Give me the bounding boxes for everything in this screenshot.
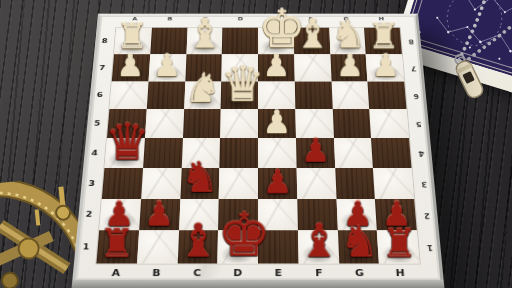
- square-a4[interactable]: ♛: [104, 138, 144, 168]
- board-squares: ♜♝♚♝♞♜♟♟♟♟♟♞♛♟♛♟♞♟♟♟♟♟♜♝♚♝♞♜: [96, 28, 419, 264]
- red-bishop-f1[interactable]: ♝: [298, 219, 338, 263]
- red-pawn-f4[interactable]: ♟: [296, 136, 334, 167]
- rank-label: 5: [410, 109, 428, 138]
- square-f4[interactable]: ♟: [296, 138, 335, 168]
- red-knight-c3[interactable]: ♞: [180, 158, 219, 198]
- square-d1[interactable]: ♚: [218, 231, 258, 264]
- rank-label: 3: [415, 168, 434, 199]
- rank-label: 1: [76, 231, 96, 264]
- chain-whistle-decoration: [416, 0, 512, 118]
- rank-label: 1: [420, 231, 440, 264]
- red-pawn-e3[interactable]: ♟: [258, 166, 297, 197]
- red-queen-a4[interactable]: ♛: [105, 119, 143, 167]
- red-king-d1[interactable]: ♚: [218, 206, 258, 263]
- rank-label: 6: [91, 81, 109, 109]
- red-rook-h1[interactable]: ♜: [379, 225, 419, 263]
- rank-label: 6: [407, 81, 425, 109]
- square-a7[interactable]: ♟: [112, 54, 150, 81]
- square-c6[interactable]: ♞: [184, 81, 222, 109]
- square-g7[interactable]: ♟: [330, 54, 368, 81]
- square-d6[interactable]: ♛: [221, 81, 258, 109]
- rank-label: 4: [85, 138, 104, 168]
- square-b6[interactable]: [147, 81, 185, 109]
- cream-knight-c6[interactable]: ♞: [184, 70, 221, 108]
- square-e3[interactable]: ♟: [258, 168, 297, 199]
- cream-pawn-b7[interactable]: ♟: [148, 51, 185, 80]
- red-knight-g1[interactable]: ♞: [339, 221, 379, 263]
- square-d3[interactable]: [219, 168, 258, 199]
- square-b2[interactable]: ♟: [139, 199, 180, 231]
- square-b7[interactable]: ♟: [148, 54, 186, 81]
- rank-label: 8: [403, 28, 421, 54]
- square-h7[interactable]: ♟: [366, 54, 404, 81]
- chess-board[interactable]: ABCDEFGH ABCDEFGH 87654321 87654321 ♜♝♚♝…: [72, 14, 444, 283]
- cream-pawn-g7[interactable]: ♟: [331, 51, 368, 80]
- red-rook-a1[interactable]: ♜: [96, 225, 136, 263]
- square-b1[interactable]: [137, 231, 179, 264]
- square-d8[interactable]: [222, 28, 258, 54]
- cream-bishop-c8[interactable]: ♝: [186, 14, 222, 53]
- cream-king-e8[interactable]: ♚: [258, 3, 294, 54]
- cream-pawn-e5[interactable]: ♟: [258, 107, 296, 137]
- red-pawn-b2[interactable]: ♟: [139, 198, 179, 230]
- square-a6[interactable]: [109, 81, 148, 109]
- rank-label: 7: [405, 54, 423, 81]
- square-d4[interactable]: [220, 138, 258, 168]
- square-g6[interactable]: [331, 81, 369, 109]
- cream-pawn-a7[interactable]: ♟: [112, 51, 149, 80]
- square-h6[interactable]: [368, 81, 407, 109]
- cream-pawn-h7[interactable]: ♟: [368, 51, 405, 80]
- square-f6[interactable]: [295, 81, 333, 109]
- square-c3[interactable]: ♞: [180, 168, 220, 199]
- square-e5[interactable]: ♟: [258, 109, 296, 138]
- file-label: B: [152, 15, 188, 23]
- square-c8[interactable]: ♝: [186, 28, 223, 54]
- cream-queen-d6[interactable]: ♛: [221, 62, 258, 109]
- square-f3[interactable]: [296, 168, 336, 199]
- square-g4[interactable]: [334, 138, 374, 168]
- game-scene: ABCDEFGH ABCDEFGH 87654321 87654321 ♜♝♚♝…: [0, 0, 512, 288]
- red-bishop-c1[interactable]: ♝: [177, 219, 217, 263]
- square-h4[interactable]: [371, 138, 411, 168]
- square-f1[interactable]: ♝: [298, 231, 339, 264]
- rank-label: 3: [82, 168, 101, 199]
- file-label: D: [223, 15, 258, 23]
- square-a1[interactable]: ♜: [96, 231, 138, 264]
- rank-label: 4: [412, 138, 431, 168]
- square-h1[interactable]: ♜: [377, 231, 419, 264]
- rank-label: 8: [96, 28, 114, 54]
- square-c1[interactable]: ♝: [177, 231, 218, 264]
- square-g1[interactable]: ♞: [337, 231, 379, 264]
